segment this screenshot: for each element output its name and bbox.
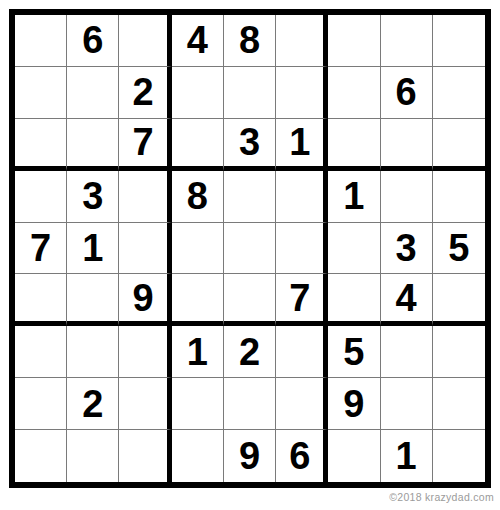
cell-r7c7-given-5: 5	[328, 326, 380, 378]
cell-r7c4-given-1: 1	[172, 326, 224, 378]
cell-r8c2-given-2: 2	[67, 378, 119, 430]
cell-r1c7-empty	[328, 15, 380, 67]
cell-r9c3-empty	[119, 430, 171, 482]
cell-r6c8-given-4: 4	[381, 274, 433, 326]
cell-r7c3-empty	[119, 326, 171, 378]
cell-r6c9-empty	[433, 274, 485, 326]
cell-r4c8-empty	[381, 171, 433, 223]
cell-r7c2-empty	[67, 326, 119, 378]
cell-r3c7-empty	[328, 119, 380, 171]
cell-r3c3-given-7: 7	[119, 119, 171, 171]
sudoku-board: 64826731381713597412529961	[9, 9, 491, 488]
cell-r2c9-empty	[433, 67, 485, 119]
cell-r5c5-empty	[224, 223, 276, 275]
cell-r8c6-empty	[276, 378, 328, 430]
cell-r5c9-given-5: 5	[433, 223, 485, 275]
cell-r3c4-empty	[172, 119, 224, 171]
cell-r4c6-empty	[276, 171, 328, 223]
page: krazydad 64826731381713597412529961 ©201…	[0, 0, 500, 510]
cell-r4c5-empty	[224, 171, 276, 223]
cell-r6c4-empty	[172, 274, 224, 326]
cell-r8c9-empty	[433, 378, 485, 430]
cell-r9c1-empty	[15, 430, 67, 482]
cell-r4c2-given-3: 3	[67, 171, 119, 223]
cell-r2c7-empty	[328, 67, 380, 119]
cell-r1c4-given-4: 4	[172, 15, 224, 67]
cell-r5c6-empty	[276, 223, 328, 275]
cell-r9c2-empty	[67, 430, 119, 482]
cell-r6c3-given-9: 9	[119, 274, 171, 326]
cell-r4c9-empty	[433, 171, 485, 223]
cell-r3c8-empty	[381, 119, 433, 171]
cell-r2c4-empty	[172, 67, 224, 119]
cell-r3c6-given-1: 1	[276, 119, 328, 171]
cell-r8c8-empty	[381, 378, 433, 430]
cell-r4c4-given-8: 8	[172, 171, 224, 223]
cell-r1c3-empty	[119, 15, 171, 67]
cell-r9c5-given-9: 9	[224, 430, 276, 482]
cell-r7c9-empty	[433, 326, 485, 378]
cell-r1c6-empty	[276, 15, 328, 67]
cell-r3c1-empty	[15, 119, 67, 171]
cell-r7c8-empty	[381, 326, 433, 378]
cell-r3c9-empty	[433, 119, 485, 171]
cell-r6c2-empty	[67, 274, 119, 326]
cell-r2c5-empty	[224, 67, 276, 119]
cell-r6c5-empty	[224, 274, 276, 326]
cell-r2c8-given-6: 6	[381, 67, 433, 119]
cell-r8c4-empty	[172, 378, 224, 430]
cell-r8c7-given-9: 9	[328, 378, 380, 430]
cell-r6c6-given-7: 7	[276, 274, 328, 326]
cell-r1c8-empty	[381, 15, 433, 67]
cell-r5c4-empty	[172, 223, 224, 275]
cell-r1c1-empty	[15, 15, 67, 67]
cell-r5c7-empty	[328, 223, 380, 275]
cell-r9c6-given-6: 6	[276, 430, 328, 482]
cell-r7c1-empty	[15, 326, 67, 378]
cell-r4c3-empty	[119, 171, 171, 223]
cell-r7c5-given-2: 2	[224, 326, 276, 378]
cell-r1c5-given-8: 8	[224, 15, 276, 67]
cell-r5c3-empty	[119, 223, 171, 275]
cell-r4c1-empty	[15, 171, 67, 223]
cell-r1c9-empty	[433, 15, 485, 67]
cell-r2c1-empty	[15, 67, 67, 119]
cell-r6c7-empty	[328, 274, 380, 326]
cell-r9c9-empty	[433, 430, 485, 482]
copyright-text: ©2018 krazydad.com	[389, 491, 494, 503]
cell-r3c5-given-3: 3	[224, 119, 276, 171]
cell-r5c1-given-7: 7	[15, 223, 67, 275]
cell-r8c5-empty	[224, 378, 276, 430]
cell-r9c8-given-1: 1	[381, 430, 433, 482]
cell-r7c6-empty	[276, 326, 328, 378]
cell-r9c4-empty	[172, 430, 224, 482]
cell-r5c8-given-3: 3	[381, 223, 433, 275]
cell-r2c2-empty	[67, 67, 119, 119]
cell-r6c1-empty	[15, 274, 67, 326]
cell-r3c2-empty	[67, 119, 119, 171]
cell-r5c2-given-1: 1	[67, 223, 119, 275]
cell-r4c7-given-1: 1	[328, 171, 380, 223]
cell-r2c3-given-2: 2	[119, 67, 171, 119]
cell-r1c2-given-6: 6	[67, 15, 119, 67]
cell-r9c7-empty	[328, 430, 380, 482]
cell-r8c3-empty	[119, 378, 171, 430]
cell-r8c1-empty	[15, 378, 67, 430]
cell-r2c6-empty	[276, 67, 328, 119]
